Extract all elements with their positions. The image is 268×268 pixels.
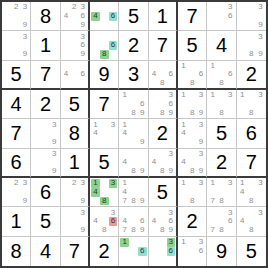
candidate-7: 7: [208, 226, 217, 235]
empty-slot: [188, 256, 197, 265]
candidate-8: 8: [158, 79, 166, 87]
empty-slot: [70, 21, 78, 30]
empty-slot: [120, 100, 129, 109]
cell-r3c5[interactable]: 3: [119, 61, 148, 90]
big-digit: 7: [31, 61, 59, 88]
candidate-3: 3: [50, 150, 59, 158]
candidate-2: 2: [12, 3, 21, 12]
big-digit: 7: [2, 119, 30, 147]
candidate-2: 2: [70, 179, 78, 188]
cell-r7c3[interactable]: 239: [61, 178, 90, 207]
empty-slot: [3, 188, 12, 197]
empty-slot: [247, 12, 256, 21]
empty-slot: [100, 3, 109, 12]
cell-r6c9[interactable]: 7: [237, 149, 266, 178]
big-digit: 7: [178, 2, 206, 30]
cell-r8c4[interactable]: 3468: [90, 207, 119, 236]
pencil-marks: 68: [90, 31, 118, 59]
empty-slot: [256, 217, 265, 226]
candidate-4: 4: [150, 70, 158, 78]
empty-slot: [150, 247, 158, 256]
cell-r9c6[interactable]: 36: [149, 237, 178, 266]
empty-slot: [188, 138, 197, 147]
big-digit: 7: [61, 237, 88, 266]
empty-slot: [62, 208, 70, 217]
pencil-marks: 1348: [237, 178, 266, 206]
cell-r5c2[interactable]: 39: [31, 119, 60, 148]
pencil-marks: 489: [119, 149, 147, 176]
candidate-1: 1: [208, 62, 217, 70]
cell-r3c4[interactable]: 9: [90, 61, 119, 90]
cell-r3c7[interactable]: 168: [178, 61, 207, 90]
pencil-marks: 138: [237, 90, 266, 118]
cell-r4c6[interactable]: 3689: [149, 90, 178, 119]
candidate-3: 3: [256, 32, 265, 41]
empty-slot: [62, 21, 70, 30]
pencil-marks: 369: [61, 31, 88, 59]
cell-r9c1[interactable]: 8: [2, 237, 31, 266]
sudoku-board: 2398234694651736393913696827543895746934…: [0, 0, 268, 268]
candidate-3: 3: [50, 120, 59, 129]
cell-r5c9[interactable]: 6: [237, 119, 266, 148]
cell-r4c3[interactable]: 5: [61, 90, 90, 119]
empty-slot: [150, 238, 158, 247]
empty-slot: [208, 70, 217, 78]
candidate-8: 8: [247, 50, 256, 59]
cell-r4c5[interactable]: 1689: [119, 90, 148, 119]
big-digit: 2: [178, 207, 206, 235]
candidate-1: 1: [238, 91, 247, 100]
candidate-7: 7: [120, 226, 129, 235]
empty-slot: [91, 197, 100, 206]
empty-slot: [217, 179, 226, 188]
big-digit: 2: [90, 237, 118, 266]
empty-slot: [188, 247, 197, 256]
empty-slot: [238, 226, 247, 235]
cell-r6c2[interactable]: 39: [31, 149, 60, 178]
empty-slot: [100, 208, 109, 217]
empty-slot: [70, 41, 78, 50]
empty-slot: [138, 150, 147, 158]
candidate-3: 3: [21, 32, 30, 41]
big-digit: 5: [2, 61, 30, 88]
cell-r2c4[interactable]: 68: [90, 31, 119, 60]
empty-slot: [91, 50, 100, 59]
big-digit: 2: [149, 119, 176, 147]
cell-r2c2[interactable]: 1: [31, 31, 60, 60]
empty-slot: [208, 79, 217, 87]
cell-r8c2[interactable]: 5: [31, 207, 60, 236]
candidate-6-cyan-highlight: 6: [109, 12, 118, 21]
cell-r1c9[interactable]: 39: [237, 2, 266, 31]
cell-r8c5[interactable]: 46789: [119, 207, 148, 236]
candidate-3: 3: [21, 179, 30, 188]
empty-slot: [217, 91, 226, 100]
cell-r4c7[interactable]: 1389: [178, 90, 207, 119]
empty-slot: [256, 188, 265, 197]
big-digit: 1: [31, 31, 59, 59]
big-digit: 7: [149, 31, 176, 59]
empty-slot: [197, 79, 206, 87]
cell-r6c5[interactable]: 489: [119, 149, 148, 178]
candidate-4: 4: [120, 129, 129, 138]
candidate-3: 3: [256, 3, 265, 12]
empty-slot: [158, 247, 166, 256]
cell-r5c5[interactable]: 149: [119, 119, 148, 148]
candidate-6: 6: [226, 70, 235, 78]
empty-slot: [3, 179, 12, 188]
cell-r6c8[interactable]: 2: [207, 149, 236, 178]
cell-r4c9[interactable]: 138: [237, 90, 266, 119]
big-digit: 5: [119, 2, 147, 30]
cell-r9c3[interactable]: 7: [61, 237, 90, 266]
empty-slot: [70, 70, 78, 78]
cell-r9c2[interactable]: 4: [31, 237, 60, 266]
empty-slot: [179, 70, 188, 78]
cell-r5c1[interactable]: 7: [2, 119, 31, 148]
candidate-9: 9: [21, 50, 30, 59]
candidate-6-red-highlight: 6: [109, 217, 118, 226]
cell-r7c8[interactable]: 1378: [207, 178, 236, 207]
empty-slot: [197, 188, 206, 197]
cell-r9c8[interactable]: 9: [207, 237, 236, 266]
empty-slot: [217, 62, 226, 70]
empty-slot: [247, 179, 256, 188]
candidate-8: 8: [217, 79, 226, 87]
candidate-6-cyan-highlight: 6: [138, 247, 147, 256]
candidate-3: 3: [197, 150, 206, 158]
candidate-9: 9: [79, 226, 87, 235]
cell-r9c5[interactable]: 16: [119, 237, 148, 266]
pencil-marks: 3489: [149, 149, 176, 176]
empty-slot: [12, 197, 21, 206]
empty-slot: [226, 197, 235, 206]
cell-r5c3[interactable]: 8: [61, 119, 90, 148]
cell-r9c9[interactable]: 5: [237, 237, 266, 266]
pencil-marks: 3468: [90, 207, 118, 235]
cell-r4c4[interactable]: 7: [90, 90, 119, 119]
empty-slot: [62, 41, 70, 50]
empty-slot: [179, 197, 188, 206]
empty-slot: [197, 197, 206, 206]
candidate-9: 9: [79, 21, 87, 30]
big-digit: 2: [207, 149, 235, 176]
empty-slot: [238, 3, 247, 12]
empty-slot: [129, 138, 138, 147]
cell-r7c9[interactable]: 1348: [237, 178, 266, 207]
empty-slot: [238, 12, 247, 21]
empty-slot: [120, 167, 129, 175]
cell-r2c1[interactable]: 39: [2, 31, 31, 60]
candidate-9: 9: [21, 21, 30, 30]
cell-r3c1[interactable]: 5: [2, 61, 31, 90]
empty-slot: [167, 256, 175, 265]
empty-slot: [3, 50, 12, 59]
empty-slot: [62, 197, 70, 206]
empty-slot: [226, 109, 235, 118]
empty-slot: [12, 188, 21, 197]
cell-r1c6[interactable]: 1: [149, 2, 178, 31]
cell-r2c6[interactable]: 7: [149, 31, 178, 60]
candidate-9: 9: [197, 167, 206, 175]
candidate-9: 9: [167, 167, 175, 175]
empty-slot: [62, 79, 70, 87]
big-digit: 1: [61, 149, 88, 176]
candidate-8: 8: [247, 109, 256, 118]
pencil-marks: 46: [90, 2, 118, 30]
empty-slot: [129, 208, 138, 217]
candidate-4: 4: [91, 129, 100, 138]
candidate-3: 3: [21, 3, 30, 12]
cell-r5c6[interactable]: 2: [149, 119, 178, 148]
empty-slot: [138, 120, 147, 129]
cell-r1c7[interactable]: 7: [178, 2, 207, 31]
cell-r7c4[interactable]: 1348: [90, 178, 119, 207]
pencil-marks: 136: [178, 237, 206, 266]
cell-r5c7[interactable]: 1349: [178, 119, 207, 148]
cell-r7c7[interactable]: 138: [178, 178, 207, 207]
cell-r3c3[interactable]: 46: [61, 61, 90, 90]
cell-r7c5[interactable]: 14789: [119, 178, 148, 207]
empty-slot: [62, 217, 70, 226]
cell-r1c2[interactable]: 8: [31, 2, 60, 31]
empty-slot: [12, 21, 21, 30]
candidate-9: 9: [197, 138, 206, 147]
cell-r6c7[interactable]: 3489: [178, 149, 207, 178]
candidate-3: 3: [226, 91, 235, 100]
candidate-3: 3: [167, 150, 175, 158]
candidate-8: 8: [217, 109, 226, 118]
pencil-marks: 3489: [178, 149, 206, 176]
cell-r6c1[interactable]: 6: [2, 149, 31, 178]
empty-slot: [3, 41, 12, 50]
big-digit: 2: [31, 90, 59, 118]
empty-slot: [179, 79, 188, 87]
cell-r2c9[interactable]: 389: [237, 31, 266, 60]
cell-r4c8[interactable]: 138: [207, 90, 236, 119]
empty-slot: [247, 91, 256, 100]
empty-slot: [158, 62, 166, 70]
big-digit: 5: [237, 237, 266, 266]
empty-slot: [238, 100, 247, 109]
big-digit: 5: [207, 119, 235, 147]
empty-slot: [12, 50, 21, 59]
empty-slot: [100, 21, 109, 30]
empty-slot: [188, 120, 197, 129]
pencil-marks: 39: [2, 31, 30, 59]
cell-r7c1[interactable]: 239: [2, 178, 31, 207]
cell-r9c4[interactable]: 2: [90, 237, 119, 266]
cell-r2c5[interactable]: 2: [119, 31, 148, 60]
candidate-1: 1: [179, 238, 188, 247]
empty-slot: [41, 150, 50, 158]
empty-slot: [179, 256, 188, 265]
empty-slot: [129, 129, 138, 138]
cell-r6c4[interactable]: 5: [90, 149, 119, 178]
empty-slot: [100, 12, 109, 21]
empty-slot: [247, 32, 256, 41]
cell-r9c7[interactable]: 136: [178, 237, 207, 266]
big-digit: 9: [90, 61, 118, 88]
cell-r8c3[interactable]: 39: [61, 207, 90, 236]
empty-slot: [179, 100, 188, 109]
pencil-marks: 36: [207, 2, 235, 30]
candidate-7: 7: [208, 197, 217, 206]
empty-slot: [150, 226, 158, 235]
empty-slot: [120, 138, 129, 147]
cell-r8c7[interactable]: 2: [178, 207, 207, 236]
empty-slot: [109, 138, 118, 147]
empty-slot: [217, 12, 226, 21]
candidate-4-green-highlight: 4: [91, 12, 100, 21]
empty-slot: [188, 62, 197, 70]
pencil-marks: 348: [237, 207, 266, 235]
cell-r7c2[interactable]: 6: [31, 178, 60, 207]
candidate-3: 3: [109, 120, 118, 129]
cell-r5c4[interactable]: 134: [90, 119, 119, 148]
candidate-9: 9: [256, 21, 265, 30]
empty-slot: [247, 21, 256, 30]
empty-slot: [41, 158, 50, 166]
empty-slot: [3, 21, 12, 30]
candidate-9: 9: [256, 50, 265, 59]
cell-r8c9[interactable]: 348: [237, 207, 266, 236]
pencil-marks: 14789: [119, 178, 147, 206]
empty-slot: [91, 32, 100, 41]
empty-slot: [226, 226, 235, 235]
pencil-marks: 389: [237, 31, 266, 59]
cell-r1c4[interactable]: 46: [90, 2, 119, 31]
candidate-1: 1: [179, 91, 188, 100]
candidate-8-green-highlight: 8: [100, 197, 109, 206]
candidate-8: 8: [188, 79, 197, 87]
empty-slot: [41, 120, 50, 129]
empty-slot: [109, 129, 118, 138]
empty-slot: [91, 138, 100, 147]
cell-r3c6[interactable]: 468: [149, 61, 178, 90]
cell-r2c7[interactable]: 5: [178, 31, 207, 60]
empty-slot: [256, 100, 265, 109]
empty-slot: [256, 226, 265, 235]
empty-slot: [167, 79, 175, 87]
cell-r8c6[interactable]: 34689: [149, 207, 178, 236]
empty-slot: [150, 91, 158, 100]
empty-slot: [32, 167, 41, 175]
pencil-marks: 1378: [207, 178, 235, 206]
empty-slot: [208, 109, 217, 118]
empty-slot: [62, 32, 70, 41]
cell-r1c1[interactable]: 239: [2, 2, 31, 31]
empty-slot: [91, 226, 100, 235]
empty-slot: [238, 21, 247, 30]
cell-r6c6[interactable]: 3489: [149, 149, 178, 178]
cell-r3c9[interactable]: 2: [237, 61, 266, 90]
big-digit: 2: [119, 31, 147, 59]
pencil-marks: 1389: [178, 90, 206, 118]
candidate-8: 8: [129, 109, 138, 118]
candidate-1: 1: [120, 91, 129, 100]
candidate-4: 4: [91, 217, 100, 226]
pencil-marks: 1689: [119, 90, 147, 118]
big-digit: 8: [2, 237, 30, 266]
cell-r6c3[interactable]: 1: [61, 149, 90, 178]
empty-slot: [70, 12, 78, 21]
pencil-marks: 239: [2, 178, 30, 206]
cell-r4c2[interactable]: 2: [31, 90, 60, 119]
candidate-3: 3: [226, 179, 235, 188]
empty-slot: [150, 100, 158, 109]
empty-slot: [150, 167, 158, 175]
empty-slot: [158, 238, 166, 247]
empty-slot: [138, 256, 147, 265]
cell-r2c3[interactable]: 369: [61, 31, 90, 60]
empty-slot: [179, 188, 188, 197]
candidate-8: 8: [129, 226, 138, 235]
cell-r3c8[interactable]: 168: [207, 61, 236, 90]
cell-r1c3[interactable]: 23469: [61, 2, 90, 31]
candidate-6-cyan-highlight: 6: [109, 41, 118, 50]
empty-slot: [226, 188, 235, 197]
candidate-7: 7: [120, 197, 129, 206]
empty-slot: [3, 32, 12, 41]
pencil-marks: 1348: [90, 178, 118, 206]
candidate-8: 8: [247, 226, 256, 235]
candidate-2: 2: [70, 3, 78, 12]
candidate-3: 3: [197, 120, 206, 129]
big-digit: 5: [178, 31, 206, 59]
pencil-marks: 239: [2, 2, 30, 30]
cell-r2c8[interactable]: 4: [207, 31, 236, 60]
empty-slot: [208, 21, 217, 30]
cell-r3c2[interactable]: 7: [31, 61, 60, 90]
empty-slot: [3, 12, 12, 21]
pencil-marks: 1349: [178, 119, 206, 147]
empty-slot: [238, 109, 247, 118]
candidate-9: 9: [167, 226, 175, 235]
empty-slot: [208, 100, 217, 109]
empty-slot: [208, 3, 217, 12]
cell-r7c6[interactable]: 5: [149, 178, 178, 207]
candidate-1-green-highlight: 1: [120, 238, 129, 247]
cell-r5c8[interactable]: 5: [207, 119, 236, 148]
cell-r1c8[interactable]: 36: [207, 2, 236, 31]
empty-slot: [129, 120, 138, 129]
candidate-6: 6: [197, 247, 206, 256]
empty-slot: [197, 256, 206, 265]
cell-r8c8[interactable]: 3678: [207, 207, 236, 236]
pencil-marks: 138: [207, 90, 235, 118]
candidate-3: 3: [79, 208, 87, 217]
cell-r8c1[interactable]: 1: [2, 207, 31, 236]
empty-slot: [238, 41, 247, 50]
candidate-3: 3: [79, 179, 87, 188]
empty-slot: [32, 120, 41, 129]
candidate-9: 9: [167, 109, 175, 118]
cell-r1c5[interactable]: 5: [119, 2, 148, 31]
empty-slot: [41, 138, 50, 147]
empty-slot: [109, 21, 118, 30]
candidate-2: 2: [12, 179, 21, 188]
big-digit: 3: [119, 61, 147, 88]
candidate-4: 4: [120, 158, 129, 166]
empty-slot: [100, 32, 109, 41]
empty-slot: [188, 129, 197, 138]
pencil-marks: 134: [90, 119, 118, 147]
cell-r4c1[interactable]: 4: [2, 90, 31, 119]
empty-slot: [79, 79, 87, 87]
pencil-marks: 39: [31, 149, 59, 176]
empty-slot: [70, 32, 78, 41]
